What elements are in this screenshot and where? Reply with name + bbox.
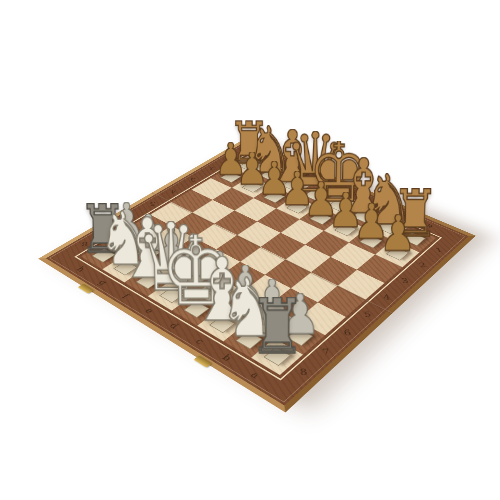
square-h3 [192, 178, 232, 200]
chess-board-3d: ♜♟♟♜♞♟♟♞♝♟♟♝♛♟♟♛♚♟♟♚♝♟♟♝♞♟♟♞♜♟♟♜ 8877665… [38, 139, 476, 413]
square-a8: ♜ [251, 338, 303, 375]
ivory-rook-a8: ♜ [249, 297, 306, 357]
bronze-pawn-a2: ♟ [379, 214, 417, 253]
square-a4 [338, 270, 385, 300]
product-photo-scene: ♜♟♟♜♞♟♟♞♝♟♟♝♛♟♟♛♚♟♟♚♝♟♟♝♞♟♟♞♜♟♟♜ 8877665… [0, 0, 500, 500]
board-grid: ♜♟♟♜♞♟♟♞♝♟♟♝♛♟♟♛♚♟♟♚♝♟♟♝♞♟♟♞♜♟♟♜ [81, 156, 436, 375]
brass-hinge-icon [194, 355, 212, 367]
file-label-h-near: h [63, 258, 99, 280]
brass-hinge-icon [78, 284, 94, 294]
rank-label-3-near: 3 [387, 274, 424, 287]
chess-board: ♜♟♟♜♞♟♟♞♝♟♟♝♛♟♟♛♚♟♟♚♝♟♟♝♞♟♟♞♜♟♟♜ 8877665… [38, 139, 476, 413]
